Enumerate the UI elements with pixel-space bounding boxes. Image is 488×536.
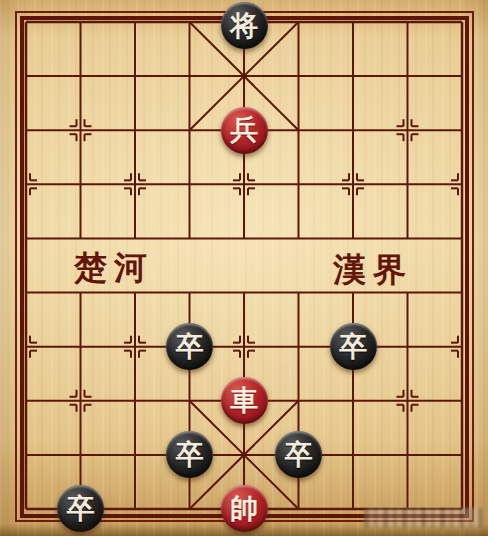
piece-black-pawn[interactable]: 卒	[330, 323, 377, 370]
piece-black-pawn[interactable]: 卒	[275, 431, 322, 478]
piece-red-general[interactable]: 帥	[221, 485, 268, 532]
piece-red-pawn[interactable]: 兵	[221, 107, 268, 154]
piece-black-pawn[interactable]: 卒	[57, 485, 104, 532]
piece-black-pawn[interactable]: 卒	[166, 323, 213, 370]
watermark-blur	[364, 508, 483, 528]
piece-black-general[interactable]: 将	[221, 2, 268, 49]
pieces-layer: 将兵卒卒車卒卒卒帥	[0, 0, 488, 536]
piece-red-chariot[interactable]: 車	[221, 377, 268, 424]
piece-black-pawn[interactable]: 卒	[166, 431, 213, 478]
xiangqi-board[interactable]: 楚河 漢界 将兵卒卒車卒卒卒帥	[0, 0, 488, 536]
